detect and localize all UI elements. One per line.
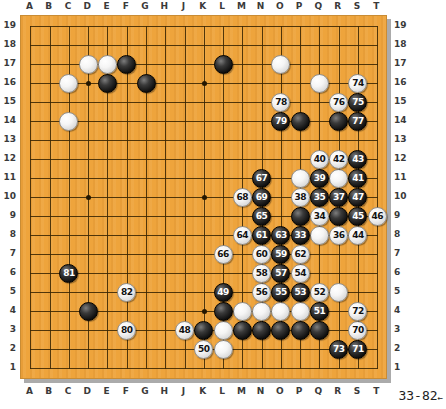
stone-white-Q9[interactable]: 34 <box>310 207 329 226</box>
move-number: 54 <box>294 269 306 278</box>
stone-white-O17[interactable] <box>271 55 290 74</box>
stone-white-Q5[interactable]: 52 <box>310 283 329 302</box>
coord-row-right-11: 11 <box>394 172 412 182</box>
stone-black-N8[interactable]: 61 <box>252 226 271 245</box>
coord-row-right-13: 13 <box>394 134 412 144</box>
coord-row-right-6: 6 <box>394 267 412 277</box>
coord-row-right-9: 9 <box>394 210 412 220</box>
coord-col-bottom-R: R <box>331 386 345 396</box>
move-number: 56 <box>256 288 268 297</box>
move-number: 77 <box>352 117 364 126</box>
stone-white-C16[interactable] <box>59 74 78 93</box>
move-number: 70 <box>352 326 364 335</box>
stone-black-P14[interactable] <box>291 112 310 131</box>
move-number: 39 <box>314 174 326 183</box>
move-number: 68 <box>237 193 249 202</box>
coord-row-right-5: 5 <box>394 286 412 296</box>
stone-black-F17[interactable] <box>117 55 136 74</box>
stone-black-O14[interactable]: 79 <box>271 112 290 131</box>
coord-row-right-19: 19 <box>394 20 412 30</box>
stone-white-Q8[interactable] <box>310 226 329 245</box>
stone-white-M10[interactable]: 68 <box>233 188 252 207</box>
stone-black-O8[interactable]: 63 <box>271 226 290 245</box>
stone-white-N6[interactable]: 58 <box>252 264 271 283</box>
move-range-caption: 33-82← <box>398 388 443 403</box>
stone-white-F3[interactable]: 80 <box>117 321 136 340</box>
caption-arrow-mark: ← <box>438 393 443 403</box>
coord-col-top-E: E <box>99 1 113 11</box>
stone-white-R8[interactable]: 36 <box>329 226 348 245</box>
stone-white-N5[interactable]: 56 <box>252 283 271 302</box>
coord-row-left-9: 9 <box>0 210 16 220</box>
stone-black-O7[interactable]: 59 <box>271 245 290 264</box>
move-number: 69 <box>256 193 268 202</box>
star-point <box>86 195 91 200</box>
stone-black-M3[interactable] <box>233 321 252 340</box>
move-number: 41 <box>352 174 364 183</box>
coord-col-top-N: N <box>254 1 268 11</box>
move-number: 34 <box>314 212 326 221</box>
move-number: 82 <box>121 288 133 297</box>
stone-black-Q4[interactable]: 51 <box>310 302 329 321</box>
coord-col-bottom-O: O <box>273 386 287 396</box>
coord-row-right-8: 8 <box>394 229 412 239</box>
move-number: 67 <box>256 174 268 183</box>
stone-white-N4[interactable] <box>252 302 271 321</box>
coord-col-bottom-H: H <box>157 386 171 396</box>
move-number: 72 <box>352 307 364 316</box>
coord-col-top-M: M <box>234 1 248 11</box>
move-number: 60 <box>256 250 268 259</box>
stone-black-S14[interactable]: 77 <box>348 112 367 131</box>
coord-row-left-16: 16 <box>0 77 16 87</box>
coord-col-top-C: C <box>61 1 75 11</box>
coord-col-bottom-F: F <box>119 386 133 396</box>
coord-row-right-1: 1 <box>394 362 412 372</box>
move-number: 58 <box>256 269 268 278</box>
stone-black-R10[interactable]: 37 <box>329 188 348 207</box>
move-number: 53 <box>294 288 306 297</box>
coord-col-bottom-L: L <box>215 386 229 396</box>
coord-col-bottom-J: J <box>177 386 191 396</box>
stone-white-J3[interactable]: 48 <box>175 321 194 340</box>
coord-row-right-4: 4 <box>394 305 412 315</box>
move-number: 36 <box>333 231 345 240</box>
move-number: 61 <box>256 231 268 240</box>
stone-white-M4[interactable] <box>233 302 252 321</box>
stone-black-O6[interactable]: 57 <box>271 264 290 283</box>
stone-black-K3[interactable] <box>194 321 213 340</box>
stone-white-O15[interactable]: 78 <box>271 93 290 112</box>
coord-row-left-3: 3 <box>0 324 16 334</box>
stone-black-S2[interactable]: 71 <box>348 340 367 359</box>
stone-white-K2[interactable]: 50 <box>194 340 213 359</box>
stone-black-N11[interactable]: 67 <box>252 169 271 188</box>
move-number: 38 <box>294 193 306 202</box>
coord-col-bottom-S: S <box>350 386 364 396</box>
stone-white-Q16[interactable] <box>310 74 329 93</box>
stone-black-L5[interactable]: 49 <box>214 283 233 302</box>
coord-col-bottom-D: D <box>80 386 94 396</box>
stone-white-L7[interactable]: 66 <box>214 245 233 264</box>
coord-col-top-B: B <box>42 1 56 11</box>
coord-row-right-14: 14 <box>394 115 412 125</box>
stone-black-P9[interactable] <box>291 207 310 226</box>
stone-white-S3[interactable]: 70 <box>348 321 367 340</box>
stone-black-S10[interactable]: 47 <box>348 188 367 207</box>
move-number: 45 <box>352 212 364 221</box>
coord-row-left-12: 12 <box>0 153 16 163</box>
coord-col-bottom-E: E <box>99 386 113 396</box>
stone-white-P7[interactable]: 62 <box>291 245 310 264</box>
stone-black-R2[interactable]: 73 <box>329 340 348 359</box>
move-number: 59 <box>275 250 287 259</box>
coord-col-bottom-Q: Q <box>311 386 325 396</box>
stone-white-L2[interactable] <box>214 340 233 359</box>
star-point <box>202 195 207 200</box>
coord-col-bottom-K: K <box>196 386 210 396</box>
coord-row-left-1: 1 <box>0 362 16 372</box>
move-number: 52 <box>314 288 326 297</box>
stone-white-P11[interactable] <box>291 169 310 188</box>
move-number: 63 <box>275 231 287 240</box>
stone-white-P6[interactable]: 54 <box>291 264 310 283</box>
coord-row-right-10: 10 <box>394 191 412 201</box>
move-number: 55 <box>275 288 287 297</box>
move-number: 65 <box>256 212 268 221</box>
coord-col-top-A: A <box>22 1 36 11</box>
coord-row-left-19: 19 <box>0 20 16 30</box>
stone-white-C14[interactable] <box>59 112 78 131</box>
coord-col-bottom-A: A <box>22 386 36 396</box>
grid-line-vertical <box>377 26 378 369</box>
stone-black-D4[interactable] <box>79 302 98 321</box>
coord-col-bottom-T: T <box>369 386 383 396</box>
move-number: 76 <box>333 98 345 107</box>
stone-black-L17[interactable] <box>214 55 233 74</box>
coord-col-top-H: H <box>157 1 171 11</box>
move-number: 42 <box>333 155 345 164</box>
coord-col-top-O: O <box>273 1 287 11</box>
move-number: 49 <box>217 288 229 297</box>
move-number: 37 <box>333 193 345 202</box>
stone-white-S8[interactable]: 44 <box>348 226 367 245</box>
stone-white-R11[interactable] <box>329 169 348 188</box>
stone-black-Q10[interactable]: 35 <box>310 188 329 207</box>
stone-white-D17[interactable] <box>79 55 98 74</box>
coord-row-right-17: 17 <box>394 58 412 68</box>
stone-white-R15[interactable]: 76 <box>329 93 348 112</box>
coord-row-left-2: 2 <box>0 343 16 353</box>
stone-white-S16[interactable]: 74 <box>348 74 367 93</box>
move-number: 46 <box>371 212 383 221</box>
coord-row-left-8: 8 <box>0 229 16 239</box>
coord-col-bottom-C: C <box>61 386 75 396</box>
grid-line-horizontal <box>30 273 378 274</box>
move-number: 73 <box>333 345 345 354</box>
move-number: 51 <box>314 307 326 316</box>
stone-black-Q11[interactable]: 39 <box>310 169 329 188</box>
coord-col-top-K: K <box>196 1 210 11</box>
coord-row-left-7: 7 <box>0 248 16 258</box>
move-number: 35 <box>314 193 326 202</box>
stone-white-O4[interactable] <box>271 302 290 321</box>
coord-row-left-6: 6 <box>0 267 16 277</box>
coord-row-right-18: 18 <box>394 39 412 49</box>
move-number: 66 <box>217 250 229 259</box>
stone-black-Q3[interactable] <box>310 321 329 340</box>
coord-col-top-R: R <box>331 1 345 11</box>
stone-black-G16[interactable] <box>137 74 156 93</box>
move-number: 64 <box>237 231 249 240</box>
stone-black-O5[interactable]: 55 <box>271 283 290 302</box>
coord-row-left-17: 17 <box>0 58 16 68</box>
coord-col-top-F: F <box>119 1 133 11</box>
coord-row-left-13: 13 <box>0 134 16 144</box>
coord-row-right-3: 3 <box>394 324 412 334</box>
move-number: 48 <box>179 326 191 335</box>
move-number: 79 <box>275 117 287 126</box>
star-point <box>86 81 91 86</box>
stone-black-L4[interactable] <box>214 302 233 321</box>
coord-col-top-J: J <box>177 1 191 11</box>
coord-col-bottom-N: N <box>254 386 268 396</box>
stone-black-P3[interactable] <box>291 321 310 340</box>
move-number: 81 <box>63 269 75 278</box>
coord-col-top-G: G <box>138 1 152 11</box>
coord-row-left-11: 11 <box>0 172 16 182</box>
stone-black-S15[interactable]: 75 <box>348 93 367 112</box>
move-number: 44 <box>352 231 364 240</box>
move-number: 78 <box>275 98 287 107</box>
move-number: 40 <box>314 155 326 164</box>
stone-black-O3[interactable] <box>271 321 290 340</box>
coord-col-top-L: L <box>215 1 229 11</box>
coord-row-left-4: 4 <box>0 305 16 315</box>
grid-line-horizontal <box>30 368 378 369</box>
go-diagram: 3334353637383940414243444546474849505152… <box>0 0 446 409</box>
coord-col-bottom-B: B <box>42 386 56 396</box>
coord-col-bottom-G: G <box>138 386 152 396</box>
stone-black-S12[interactable]: 43 <box>348 150 367 169</box>
stone-white-R5[interactable] <box>329 283 348 302</box>
coord-row-left-10: 10 <box>0 191 16 201</box>
stone-black-N3[interactable] <box>252 321 271 340</box>
coord-col-bottom-P: P <box>292 386 306 396</box>
stone-white-E17[interactable] <box>98 55 117 74</box>
stone-white-S4[interactable]: 72 <box>348 302 367 321</box>
stone-black-C6[interactable]: 81 <box>59 264 78 283</box>
stone-black-P5[interactable]: 53 <box>291 283 310 302</box>
stone-white-T9[interactable]: 46 <box>368 207 387 226</box>
stone-black-S11[interactable]: 41 <box>348 169 367 188</box>
coord-col-top-Q: Q <box>311 1 325 11</box>
coord-row-left-15: 15 <box>0 96 16 106</box>
stone-white-P4[interactable] <box>291 302 310 321</box>
grid-line-horizontal <box>30 254 378 255</box>
stone-white-M8[interactable]: 64 <box>233 226 252 245</box>
coord-row-right-15: 15 <box>394 96 412 106</box>
coord-row-left-14: 14 <box>0 115 16 125</box>
star-point <box>202 309 207 314</box>
move-number: 80 <box>121 326 133 335</box>
move-number: 57 <box>275 269 287 278</box>
stone-black-R14[interactable] <box>329 112 348 131</box>
coord-row-left-18: 18 <box>0 39 16 49</box>
stone-black-E16[interactable] <box>98 74 117 93</box>
stone-white-Q12[interactable]: 40 <box>310 150 329 169</box>
stone-white-R12[interactable]: 42 <box>329 150 348 169</box>
coord-row-right-2: 2 <box>394 343 412 353</box>
stone-white-N7[interactable]: 60 <box>252 245 271 264</box>
star-point <box>202 81 207 86</box>
coord-col-top-T: T <box>369 1 383 11</box>
move-number: 43 <box>352 155 364 164</box>
stone-white-L3[interactable] <box>214 321 233 340</box>
move-number: 62 <box>294 250 306 259</box>
coord-col-top-P: P <box>292 1 306 11</box>
coord-row-right-16: 16 <box>394 77 412 87</box>
stone-black-N10[interactable]: 69 <box>252 188 271 207</box>
stone-black-N9[interactable]: 65 <box>252 207 271 226</box>
move-range-text: 33-82 <box>398 388 437 403</box>
coord-col-bottom-M: M <box>234 386 248 396</box>
stone-black-S9[interactable]: 45 <box>348 207 367 226</box>
stone-white-P10[interactable]: 38 <box>291 188 310 207</box>
move-number: 71 <box>352 345 364 354</box>
coord-row-left-5: 5 <box>0 286 16 296</box>
move-number: 50 <box>198 345 210 354</box>
move-number: 47 <box>352 193 364 202</box>
coord-row-right-12: 12 <box>394 153 412 163</box>
move-number: 75 <box>352 98 364 107</box>
move-number: 74 <box>352 79 364 88</box>
coord-col-top-S: S <box>350 1 364 11</box>
go-board[interactable]: 3334353637383940414243444546474849505152… <box>20 15 387 379</box>
coord-row-right-7: 7 <box>394 248 412 258</box>
coord-col-top-D: D <box>80 1 94 11</box>
move-number: 33 <box>294 231 306 240</box>
stone-black-R9[interactable] <box>329 207 348 226</box>
stone-white-F5[interactable]: 82 <box>117 283 136 302</box>
stone-black-P8[interactable]: 33 <box>291 226 310 245</box>
